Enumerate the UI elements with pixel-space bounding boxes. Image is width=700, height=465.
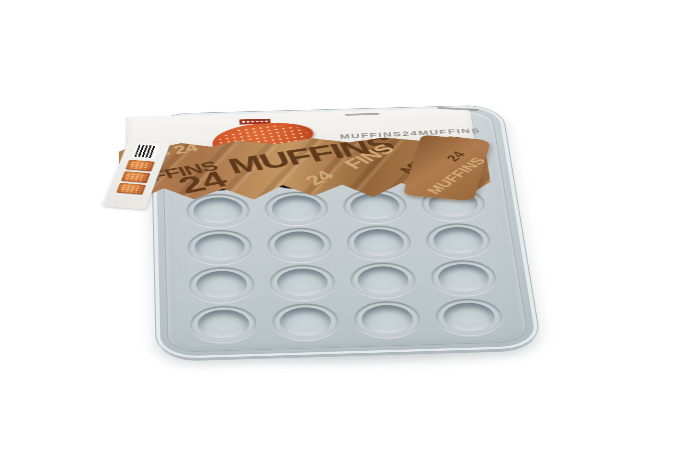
muffin-cup-cavity [360, 304, 414, 334]
product-photo-stage: MUFFINS24MUFFINS FINS 24 MUFFINS 24 MUFF… [0, 0, 700, 465]
muffin-cup [435, 298, 505, 336]
torn-flap-icon [257, 134, 297, 152]
muffin-cup [349, 262, 417, 299]
muffin-cup-cavity [195, 270, 247, 299]
muffin-cup-cavity [353, 229, 406, 257]
torn-flap-icon [437, 147, 478, 165]
muffin-cup [353, 300, 422, 338]
muffin-cup-cavity [279, 307, 333, 337]
muffin-cup [188, 267, 254, 304]
torn-flap-icon [287, 103, 327, 121]
muffin-pictogram-icon [116, 183, 146, 195]
muffin-pictogram-icon [126, 160, 155, 172]
muffin-cup-cavity [437, 264, 491, 293]
muffin-pictogram-icon [121, 171, 150, 183]
torn-flap-icon [152, 143, 191, 161]
muffin-cup [430, 260, 499, 297]
label-band: MUFFINS24MUFFINS FINS 24 MUFFINS 24 MUFF… [119, 107, 497, 208]
muffin-cup-cavity [442, 302, 497, 332]
muffin-cup-cavity [194, 233, 245, 261]
muffin-cup-cavity [357, 266, 410, 295]
muffin-cup-cavity [432, 226, 485, 254]
muffin-cup-cavity [276, 268, 329, 297]
muffin-cup [425, 223, 493, 259]
torn-flap-icon [372, 159, 413, 178]
torn-flap-icon [206, 108, 245, 126]
muffin-cup [269, 264, 336, 301]
muffin-cup [346, 225, 413, 261]
muffin-cup-cavity [273, 231, 325, 259]
muffin-cup [272, 303, 340, 341]
torn-flap-icon [356, 100, 396, 118]
muffin-cup [187, 229, 252, 265]
muffin-cup-cavity [197, 309, 250, 339]
muffin-cup [267, 227, 333, 263]
torn-flap-icon [229, 164, 269, 183]
torn-flap-icon [418, 102, 458, 120]
torn-flap-icon [302, 169, 343, 188]
muffin-cup [190, 305, 257, 343]
muffin-pan: MUFFINS24MUFFINS FINS 24 MUFFINS 24 MUFF… [150, 105, 542, 360]
